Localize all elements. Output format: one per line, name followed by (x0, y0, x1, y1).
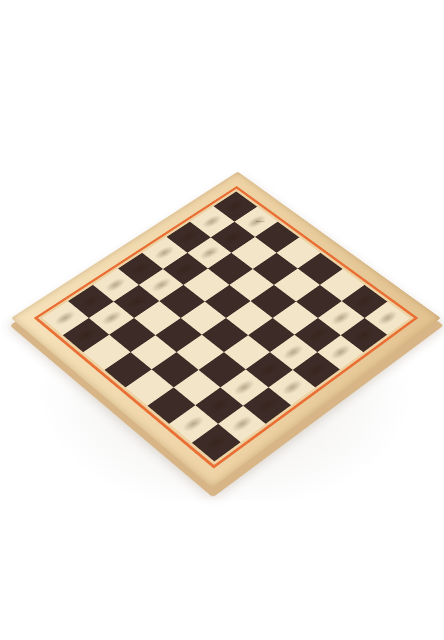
piece-black-pawn-a7: ♟ (51, 306, 120, 337)
scene: ♜♞♟♝♟♚♟♛♟♞♟♝♟♟♜♟♟♜♟♟♞♟♝♟♚♟♛♟♝♟♞♜ (0, 0, 444, 640)
product-photo: ♜♞♟♝♟♚♟♛♟♞♟♝♟♟♜♟♟♜♟♟♞♟♝♟♚♟♛♟♝♟♞♜ (0, 0, 444, 640)
piece-white-rook-a1: ♜ (180, 406, 252, 445)
